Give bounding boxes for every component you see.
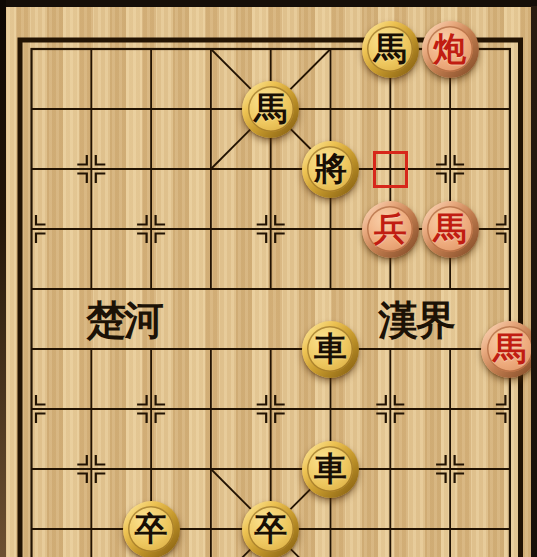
piece-black-horse[interactable]: 馬 xyxy=(362,21,419,78)
black-chariot-face: 車 xyxy=(307,326,353,372)
black-chariot-face: 車 xyxy=(307,446,353,492)
red-horse-face: 馬 xyxy=(487,326,533,372)
left-edge-shadow xyxy=(0,0,6,557)
black-chariot-glyph: 車 xyxy=(314,332,347,366)
red-horse-glyph: 馬 xyxy=(434,212,467,246)
highlight-square[interactable] xyxy=(373,151,408,188)
piece-black-general[interactable]: 將 xyxy=(302,141,359,198)
red-cannon-face: 炮 xyxy=(427,26,473,72)
black-general-face: 將 xyxy=(307,146,353,192)
right-edge-shadow xyxy=(531,6,537,557)
black-horse-glyph: 馬 xyxy=(374,32,407,66)
red-cannon-glyph: 炮 xyxy=(434,32,467,66)
piece-black-horse[interactable]: 馬 xyxy=(242,81,299,138)
red-soldier-face: 兵 xyxy=(367,206,413,252)
red-horse-face: 馬 xyxy=(427,206,473,252)
black-soldier-glyph: 卒 xyxy=(254,512,287,546)
top-edge-shadow xyxy=(0,0,537,7)
black-soldier-glyph: 卒 xyxy=(135,512,168,546)
black-soldier-face: 卒 xyxy=(128,506,174,552)
piece-black-soldier[interactable]: 卒 xyxy=(123,501,180,557)
piece-red-horse[interactable]: 馬 xyxy=(422,201,479,258)
piece-black-chariot[interactable]: 車 xyxy=(302,321,359,378)
piece-black-soldier[interactable]: 卒 xyxy=(242,501,299,557)
black-soldier-face: 卒 xyxy=(248,506,294,552)
red-soldier-glyph: 兵 xyxy=(374,212,407,246)
piece-red-soldier[interactable]: 兵 xyxy=(362,201,419,258)
piece-red-cannon[interactable]: 炮 xyxy=(422,21,479,78)
black-general-glyph: 將 xyxy=(314,152,347,186)
red-horse-glyph: 馬 xyxy=(493,332,526,366)
xiangqi-game-screen: 楚河 漢界 馬炮馬將兵馬車馬車卒卒 xyxy=(0,0,537,557)
piece-black-chariot[interactable]: 車 xyxy=(302,441,359,498)
black-chariot-glyph: 車 xyxy=(314,452,347,486)
black-horse-glyph: 馬 xyxy=(254,92,287,126)
black-horse-face: 馬 xyxy=(367,26,413,72)
black-horse-face: 馬 xyxy=(248,86,294,132)
piece-red-horse[interactable]: 馬 xyxy=(481,321,537,378)
board-grid[interactable]: 馬炮馬將兵馬車馬車卒卒 xyxy=(2,19,537,557)
